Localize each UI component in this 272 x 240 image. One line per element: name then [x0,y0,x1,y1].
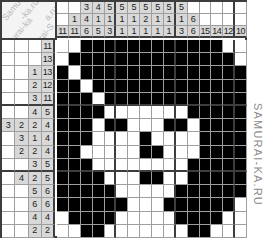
column-clues: 3455555551411112111611116531111136151412… [57,2,247,38]
col-clue-cell: 3 [105,26,117,38]
col-clue-cell: 1 [128,14,140,26]
board-cell[interactable] [116,198,128,211]
board-cell[interactable] [223,185,235,198]
board-cell[interactable] [57,225,69,238]
board-cell[interactable] [81,93,93,106]
col-clue-cell [57,14,69,26]
row-clue-cell: 3 [15,132,28,145]
board-cell[interactable] [235,212,247,225]
board-cell[interactable] [128,40,140,53]
board-cell[interactable] [223,119,235,132]
board-cell[interactable] [57,212,69,225]
board-cell[interactable] [128,53,140,66]
board-cell[interactable] [152,80,164,93]
board-cell[interactable] [116,212,128,225]
board-cell[interactable] [69,53,81,66]
board-cell[interactable] [116,159,128,172]
row-clue-cell [2,212,15,225]
board-cell[interactable] [69,212,81,225]
board-cell[interactable] [57,93,69,106]
board-cell[interactable] [128,146,140,159]
board-cell[interactable] [200,80,212,93]
board-cell[interactable] [128,198,140,211]
board-cell[interactable] [200,53,212,66]
row-clue-cell: 2 [42,225,55,238]
board-cell[interactable] [105,106,117,119]
board-cell[interactable] [140,106,152,119]
board-cell[interactable] [57,132,69,145]
row-clue-cell: 6 [42,198,55,211]
board-cell[interactable] [81,119,93,132]
board-cell[interactable] [81,66,93,79]
board-cell[interactable] [223,80,235,93]
board-cell[interactable] [81,53,93,66]
board-cell[interactable] [211,225,223,238]
board-cell[interactable] [116,106,128,119]
row-clue-cell: 5 [42,172,55,185]
board-cell[interactable] [235,106,247,119]
board-cell[interactable] [223,146,235,159]
board-cell[interactable] [93,159,105,172]
col-clue-cell: 5 [128,2,140,14]
board-cell[interactable] [200,40,212,53]
board-cell[interactable] [140,80,152,93]
board-cell[interactable] [223,212,235,225]
board-cell[interactable] [223,66,235,79]
col-clue-cell: 1 [93,14,105,26]
board-cell[interactable] [223,159,235,172]
col-clue-cell: 4 [93,2,105,14]
board-cell[interactable] [176,132,188,145]
row-clue-cell: 4 [42,146,55,159]
board-cell[interactable] [128,119,140,132]
board-cell[interactable] [164,225,176,238]
board-cell[interactable] [223,53,235,66]
board-cell[interactable] [93,146,105,159]
board-cell[interactable] [211,53,223,66]
board-cell[interactable] [105,185,117,198]
board-cell[interactable] [188,225,200,238]
board-cell[interactable] [57,53,69,66]
board-cell[interactable] [152,172,164,185]
board-cell[interactable] [200,198,212,211]
board-cell[interactable] [164,172,176,185]
board-cell[interactable] [128,66,140,79]
board-cell[interactable] [69,132,81,145]
board-cell[interactable] [81,212,93,225]
board-cell[interactable] [140,53,152,66]
board-cell[interactable] [152,225,164,238]
board-cell[interactable] [116,53,128,66]
col-clue-cell: 1 [152,26,164,38]
board-cell[interactable] [81,225,93,238]
board-cell[interactable] [188,172,200,185]
board-cell[interactable] [128,172,140,185]
col-clue-cell [211,14,223,26]
board-cell[interactable] [140,172,152,185]
board-cell[interactable] [140,93,152,106]
board-cell[interactable] [140,40,152,53]
row-clue-cell [2,185,15,198]
board-cell[interactable] [152,212,164,225]
row-clue-cell: 4 [29,106,42,119]
board-cell[interactable] [200,225,212,238]
board-cell[interactable] [164,185,176,198]
board-cell[interactable] [152,119,164,132]
row-clue-cell: 5 [42,106,55,119]
col-clue-cell [188,2,200,14]
board-cell[interactable] [128,159,140,172]
row-clue-cell: 1 [29,66,42,79]
site-watermark: SAMURAI-KA.RU [252,103,264,206]
row-clue-cell [15,212,28,225]
board-cell[interactable] [69,198,81,211]
row-clue-cell [15,106,28,119]
col-clue-cell [69,2,81,14]
board-cell[interactable] [235,159,247,172]
board-cell[interactable] [188,185,200,198]
board-cell[interactable] [164,146,176,159]
board-cell[interactable] [188,198,200,211]
board-cell[interactable] [176,80,188,93]
board-cell[interactable] [81,159,93,172]
board-cell[interactable] [211,93,223,106]
board-cell[interactable] [69,106,81,119]
board-cell[interactable] [152,106,164,119]
board-cell[interactable] [140,66,152,79]
board-cell[interactable] [188,212,200,225]
board-cell[interactable] [152,146,164,159]
row-clue-cell: 1 [29,132,42,145]
board-cell[interactable] [57,159,69,172]
row-clue-cell: 2 [15,119,28,132]
board-cell[interactable] [93,40,105,53]
board-cell[interactable] [116,93,128,106]
board-cell[interactable] [105,93,117,106]
col-clue-cell: 10 [235,26,247,38]
board-cell[interactable] [69,146,81,159]
board-cell[interactable] [57,119,69,132]
board-cell[interactable] [93,225,105,238]
board-cell[interactable] [93,93,105,106]
board-cell[interactable] [188,106,200,119]
board-cell[interactable] [57,185,69,198]
board-cell[interactable] [128,225,140,238]
row-clue-cell: 3 [29,93,42,106]
board-cell[interactable] [69,80,81,93]
row-clue-cell: 4 [42,132,55,145]
board-cell[interactable] [223,198,235,211]
board-cell[interactable] [93,53,105,66]
board-cell[interactable] [140,119,152,132]
board-cell[interactable] [176,172,188,185]
board-cell[interactable] [93,106,105,119]
board-cell[interactable] [235,132,247,145]
board-cell[interactable] [128,185,140,198]
board-cell[interactable] [152,159,164,172]
board-cell[interactable] [93,212,105,225]
board-cell[interactable] [211,185,223,198]
board-cell[interactable] [93,132,105,145]
board-cell[interactable] [235,198,247,211]
board-cell[interactable] [235,66,247,79]
board-cell[interactable] [211,212,223,225]
board-cell[interactable] [188,93,200,106]
board-cell[interactable] [152,40,164,53]
board-cell[interactable] [69,172,81,185]
board-cell[interactable] [81,172,93,185]
row-clue-cell [2,146,15,159]
board-cell[interactable] [69,119,81,132]
row-clue-cell [2,66,15,79]
board-cell[interactable] [200,212,212,225]
board-cell[interactable] [235,225,247,238]
board-cell[interactable] [188,132,200,145]
board-cell[interactable] [140,212,152,225]
corner-watermark-text: rai-S [36,21,56,40]
col-clue-cell [57,2,69,14]
board-cell[interactable] [140,132,152,145]
board-cell[interactable] [188,80,200,93]
board-cell[interactable] [176,212,188,225]
board-cell[interactable] [128,132,140,145]
board-cell[interactable] [140,146,152,159]
board-cell[interactable] [93,198,105,211]
board-cell[interactable] [235,146,247,159]
board-cell[interactable] [93,119,105,132]
board-cell[interactable] [57,172,69,185]
board-cell[interactable] [188,40,200,53]
row-clue-cell [2,132,15,145]
board-cell[interactable] [235,93,247,106]
board-cell[interactable] [176,159,188,172]
board-cell[interactable] [152,66,164,79]
board-cell[interactable] [164,212,176,225]
row-clue-cell [2,172,15,185]
board-cell[interactable] [164,106,176,119]
board-cell[interactable] [164,66,176,79]
board-cell[interactable] [69,185,81,198]
row-clue-cell: 12 [42,80,55,93]
row-clue-cell: 3 [29,159,42,172]
board-cell[interactable] [211,146,223,159]
row-clue-cell: 5 [42,159,55,172]
col-clue-cell: 5 [140,2,152,14]
board-cell[interactable] [116,172,128,185]
board-cell[interactable] [128,80,140,93]
board-cell[interactable] [116,119,128,132]
board-cell[interactable] [69,159,81,172]
board-cell[interactable] [128,93,140,106]
board-cell[interactable] [140,159,152,172]
board-cell[interactable] [223,40,235,53]
board-cell[interactable] [164,198,176,211]
board-cell[interactable] [223,172,235,185]
board-cell[interactable] [200,66,212,79]
row-clue-cell [2,106,15,119]
col-clue-cell [200,2,212,14]
row-clue-cell [2,93,15,106]
board-cell[interactable] [164,93,176,106]
board-cell[interactable] [211,132,223,145]
board-cell[interactable] [164,119,176,132]
board-cell[interactable] [223,93,235,106]
board-cell[interactable] [116,185,128,198]
board-cell[interactable] [57,198,69,211]
board-cell[interactable] [176,185,188,198]
board-cell[interactable] [140,198,152,211]
board-cell[interactable] [81,146,93,159]
board-cell[interactable] [105,132,117,145]
board-cell[interactable] [211,80,223,93]
board-cell[interactable] [105,198,117,211]
board-cell[interactable] [105,53,117,66]
board-cell[interactable] [176,93,188,106]
col-clue-cell: 1 [176,14,188,26]
board-cell[interactable] [81,132,93,145]
board-cell[interactable] [57,146,69,159]
corner-watermark: Samu -ka.ru murai-ka rai-S a.ru [2,2,57,40]
board-cell[interactable] [188,53,200,66]
board-cell[interactable] [235,53,247,66]
row-clue-cell [29,53,42,66]
board-cell[interactable] [176,198,188,211]
board-cell[interactable] [105,146,117,159]
board-cell[interactable] [188,66,200,79]
board-cell[interactable] [105,172,117,185]
board-cell[interactable] [223,225,235,238]
board-cell[interactable] [200,172,212,185]
board-cell[interactable] [128,212,140,225]
board-cell[interactable] [105,119,117,132]
board-cell[interactable] [176,53,188,66]
board-cell[interactable] [176,106,188,119]
board-cell[interactable] [116,132,128,145]
col-clue-cell: 3 [81,2,93,14]
board-cell[interactable] [81,80,93,93]
board-cell[interactable] [105,212,117,225]
board-cell[interactable] [140,225,152,238]
board-cell[interactable] [211,119,223,132]
col-clue-cell: 6 [81,26,93,38]
board-cell[interactable] [140,185,152,198]
board-cell[interactable] [176,40,188,53]
board-cell[interactable] [164,159,176,172]
board-cell[interactable] [69,225,81,238]
board-cell[interactable] [116,80,128,93]
board-cell[interactable] [211,172,223,185]
board-cell[interactable] [81,185,93,198]
board-cell[interactable] [116,66,128,79]
board-cell[interactable] [200,119,212,132]
board-cell[interactable] [152,53,164,66]
col-clue-cell [223,14,235,26]
board-cell[interactable] [200,146,212,159]
board-cell[interactable] [105,159,117,172]
col-clue-cell: 5 [152,2,164,14]
board-cell[interactable] [116,146,128,159]
board-cell[interactable] [235,119,247,132]
board-cell[interactable] [105,66,117,79]
board-cell[interactable] [223,132,235,145]
board-cell[interactable] [200,93,212,106]
board-cell[interactable] [164,80,176,93]
board-cell[interactable] [116,40,128,53]
board-cell[interactable] [105,40,117,53]
board-cell[interactable] [81,40,93,53]
row-clue-cell [15,93,28,106]
board-cell[interactable] [211,40,223,53]
board-cell[interactable] [188,119,200,132]
board-cell[interactable] [235,80,247,93]
board-cell[interactable] [93,66,105,79]
board-cell[interactable] [128,106,140,119]
board-cell[interactable] [93,172,105,185]
board-cell[interactable] [164,132,176,145]
board-cell[interactable] [176,66,188,79]
board-cell[interactable] [57,80,69,93]
board-cell[interactable] [152,185,164,198]
board-cell[interactable] [164,40,176,53]
board-cell[interactable] [176,146,188,159]
col-clue-cell: 1 [164,14,176,26]
board-cell[interactable] [152,198,164,211]
board-cell[interactable] [152,132,164,145]
board-cell[interactable] [235,172,247,185]
board-cell[interactable] [235,185,247,198]
row-clue-cell [15,185,28,198]
board-cell[interactable] [81,106,93,119]
board-cell[interactable] [188,146,200,159]
board-cell[interactable] [57,66,69,79]
board-cell[interactable] [81,198,93,211]
row-clue-cell [15,53,28,66]
board-grid [57,40,247,238]
board-cell[interactable] [57,106,69,119]
board-cell[interactable] [69,93,81,106]
board-cell[interactable] [93,80,105,93]
row-clue-cell: 13 [42,66,55,79]
col-clue-cell [223,2,235,14]
board-cell[interactable] [200,159,212,172]
board-cell[interactable] [57,40,69,53]
board-cell[interactable] [211,66,223,79]
board-cell[interactable] [176,119,188,132]
board-cell[interactable] [176,225,188,238]
board-cell[interactable] [69,66,81,79]
row-clue-cell [2,198,15,211]
board-cell[interactable] [200,106,212,119]
board-cell[interactable] [105,80,117,93]
board-cell[interactable] [200,132,212,145]
board-cell[interactable] [152,93,164,106]
board-cell[interactable] [105,225,117,238]
board-cell[interactable] [116,225,128,238]
board-cell[interactable] [188,159,200,172]
row-clue-cell: 11 [42,93,55,106]
board-cell[interactable] [211,159,223,172]
board-cell[interactable] [211,198,223,211]
board-cell[interactable] [235,40,247,53]
board-cell[interactable] [223,106,235,119]
row-clue-cell [2,159,15,172]
board-cell[interactable] [164,53,176,66]
row-clue-cell: 2 [29,119,42,132]
board-cell[interactable] [69,40,81,53]
board-cell[interactable] [200,185,212,198]
board-cell[interactable] [211,106,223,119]
board-cell[interactable] [93,185,105,198]
